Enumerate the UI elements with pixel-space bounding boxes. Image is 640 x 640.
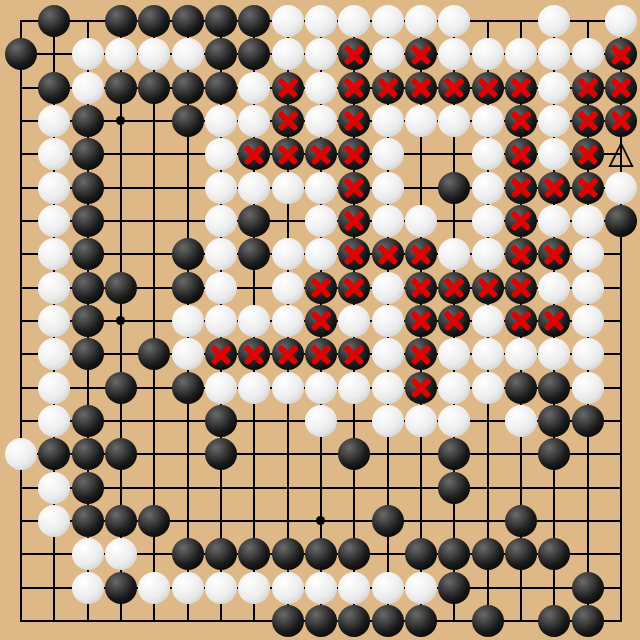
black-stone[interactable] — [572, 572, 604, 604]
white-stone[interactable] — [572, 38, 604, 70]
white-stone[interactable] — [305, 405, 337, 437]
white-stone[interactable] — [405, 405, 437, 437]
black-stone[interactable] — [72, 305, 104, 337]
white-stone[interactable] — [272, 38, 304, 70]
white-stone[interactable] — [472, 105, 504, 137]
dead-black-stone[interactable] — [505, 272, 537, 304]
white-stone[interactable] — [372, 372, 404, 404]
black-stone[interactable] — [105, 272, 137, 304]
black-stone[interactable] — [172, 538, 204, 570]
white-stone[interactable] — [238, 72, 270, 104]
black-stone[interactable] — [172, 5, 204, 37]
black-stone[interactable] — [105, 5, 137, 37]
white-stone[interactable] — [38, 272, 70, 304]
white-stone[interactable] — [205, 305, 237, 337]
black-stone[interactable] — [72, 105, 104, 137]
white-stone[interactable] — [372, 405, 404, 437]
white-stone[interactable] — [72, 72, 104, 104]
dead-black-stone[interactable] — [405, 372, 437, 404]
white-stone[interactable] — [205, 172, 237, 204]
dead-black-stone[interactable] — [505, 105, 537, 137]
black-stone[interactable] — [105, 572, 137, 604]
white-stone[interactable] — [572, 338, 604, 370]
white-stone[interactable] — [172, 305, 204, 337]
white-stone[interactable] — [205, 572, 237, 604]
white-stone[interactable] — [372, 205, 404, 237]
black-stone[interactable] — [505, 372, 537, 404]
white-stone[interactable] — [538, 272, 570, 304]
white-stone[interactable] — [238, 172, 270, 204]
white-stone[interactable] — [572, 305, 604, 337]
dead-black-stone[interactable] — [505, 172, 537, 204]
black-stone[interactable] — [538, 372, 570, 404]
white-stone[interactable] — [272, 238, 304, 270]
dead-black-stone[interactable] — [472, 272, 504, 304]
white-stone[interactable] — [72, 538, 104, 570]
white-stone[interactable] — [38, 172, 70, 204]
black-stone[interactable] — [72, 205, 104, 237]
white-stone[interactable] — [72, 572, 104, 604]
black-stone[interactable] — [305, 605, 337, 637]
dead-black-stone[interactable] — [405, 305, 437, 337]
white-stone[interactable] — [305, 372, 337, 404]
triangle-marker: △ — [604, 135, 638, 169]
white-stone[interactable] — [538, 72, 570, 104]
white-stone[interactable] — [172, 338, 204, 370]
black-stone[interactable] — [172, 238, 204, 270]
white-stone[interactable] — [472, 172, 504, 204]
dead-black-stone[interactable] — [605, 38, 637, 70]
white-stone[interactable] — [572, 205, 604, 237]
dead-black-stone[interactable] — [572, 105, 604, 137]
dead-black-stone[interactable] — [438, 272, 470, 304]
white-stone[interactable] — [472, 372, 504, 404]
dead-black-stone[interactable] — [305, 305, 337, 337]
white-stone[interactable] — [472, 138, 504, 170]
dead-black-stone[interactable] — [405, 72, 437, 104]
black-stone[interactable] — [372, 505, 404, 537]
dead-black-stone[interactable] — [438, 72, 470, 104]
black-stone[interactable] — [372, 605, 404, 637]
white-stone[interactable] — [138, 572, 170, 604]
black-stone[interactable] — [105, 505, 137, 537]
white-stone[interactable] — [38, 372, 70, 404]
black-stone[interactable] — [605, 205, 637, 237]
dead-black-stone[interactable] — [405, 272, 437, 304]
dead-black-stone[interactable] — [272, 105, 304, 137]
black-stone[interactable] — [205, 72, 237, 104]
white-stone[interactable] — [338, 372, 370, 404]
white-stone[interactable] — [205, 272, 237, 304]
black-stone[interactable] — [38, 72, 70, 104]
dead-black-stone[interactable] — [572, 172, 604, 204]
dead-black-stone[interactable] — [338, 272, 370, 304]
white-stone[interactable] — [72, 38, 104, 70]
black-stone[interactable] — [438, 472, 470, 504]
white-stone[interactable] — [305, 205, 337, 237]
black-stone[interactable] — [472, 605, 504, 637]
dead-black-stone[interactable] — [505, 72, 537, 104]
white-stone[interactable] — [372, 305, 404, 337]
black-stone[interactable] — [72, 338, 104, 370]
white-stone[interactable] — [305, 72, 337, 104]
white-stone[interactable] — [372, 572, 404, 604]
white-stone[interactable] — [272, 572, 304, 604]
black-stone[interactable] — [572, 605, 604, 637]
white-stone[interactable] — [372, 105, 404, 137]
white-stone[interactable] — [472, 205, 504, 237]
white-stone[interactable] — [372, 5, 404, 37]
white-stone[interactable] — [372, 172, 404, 204]
white-stone[interactable] — [305, 572, 337, 604]
black-stone[interactable] — [172, 105, 204, 137]
white-stone[interactable] — [272, 272, 304, 304]
black-stone[interactable] — [205, 5, 237, 37]
dead-black-stone[interactable] — [338, 172, 370, 204]
black-stone[interactable] — [205, 405, 237, 437]
white-stone[interactable] — [372, 272, 404, 304]
black-stone[interactable] — [72, 172, 104, 204]
dead-black-stone[interactable] — [472, 72, 504, 104]
white-stone[interactable] — [505, 405, 537, 437]
black-stone[interactable] — [538, 605, 570, 637]
black-stone[interactable] — [72, 505, 104, 537]
white-stone[interactable] — [605, 5, 637, 37]
dead-black-stone[interactable] — [272, 138, 304, 170]
white-stone[interactable] — [272, 305, 304, 337]
black-stone[interactable] — [172, 372, 204, 404]
white-stone[interactable] — [472, 38, 504, 70]
white-stone[interactable] — [472, 238, 504, 270]
white-stone[interactable] — [572, 238, 604, 270]
black-stone[interactable] — [172, 72, 204, 104]
white-stone[interactable] — [472, 305, 504, 337]
white-stone[interactable] — [238, 372, 270, 404]
dead-black-stone[interactable] — [572, 72, 604, 104]
black-stone[interactable] — [405, 605, 437, 637]
black-stone[interactable] — [338, 605, 370, 637]
black-stone[interactable] — [72, 272, 104, 304]
dead-black-stone[interactable] — [272, 338, 304, 370]
dead-black-stone[interactable] — [272, 72, 304, 104]
black-stone[interactable] — [72, 438, 104, 470]
white-stone[interactable] — [372, 38, 404, 70]
white-stone[interactable] — [605, 172, 637, 204]
white-stone[interactable] — [238, 572, 270, 604]
white-stone[interactable] — [272, 172, 304, 204]
dead-black-stone[interactable] — [338, 72, 370, 104]
black-stone[interactable] — [72, 405, 104, 437]
white-stone[interactable] — [305, 5, 337, 37]
white-stone[interactable] — [205, 105, 237, 137]
dead-black-stone[interactable] — [572, 138, 604, 170]
dead-black-stone[interactable] — [372, 238, 404, 270]
dead-black-stone[interactable] — [605, 72, 637, 104]
black-stone[interactable] — [472, 538, 504, 570]
white-stone[interactable] — [472, 338, 504, 370]
black-stone[interactable] — [272, 538, 304, 570]
white-stone[interactable] — [372, 338, 404, 370]
white-stone[interactable] — [438, 372, 470, 404]
white-stone[interactable] — [572, 372, 604, 404]
black-stone[interactable] — [138, 72, 170, 104]
dead-black-stone[interactable] — [372, 72, 404, 104]
white-stone[interactable] — [338, 572, 370, 604]
go-app: △ — [0, 0, 640, 640]
white-stone[interactable] — [172, 572, 204, 604]
dead-black-stone[interactable] — [505, 205, 537, 237]
dead-black-stone[interactable] — [538, 172, 570, 204]
black-stone[interactable] — [438, 172, 470, 204]
white-stone[interactable] — [38, 472, 70, 504]
white-stone[interactable] — [205, 372, 237, 404]
white-stone[interactable] — [405, 105, 437, 137]
white-stone[interactable] — [572, 272, 604, 304]
white-stone[interactable] — [405, 205, 437, 237]
white-stone[interactable] — [372, 138, 404, 170]
black-stone[interactable] — [572, 405, 604, 437]
black-stone[interactable] — [505, 505, 537, 537]
white-stone[interactable] — [172, 38, 204, 70]
black-stone[interactable] — [172, 272, 204, 304]
white-stone[interactable] — [272, 5, 304, 37]
black-stone[interactable] — [72, 472, 104, 504]
black-stone[interactable] — [72, 138, 104, 170]
black-stone[interactable] — [72, 238, 104, 270]
white-stone[interactable] — [405, 5, 437, 37]
white-stone[interactable] — [305, 172, 337, 204]
black-stone[interactable] — [105, 372, 137, 404]
black-stone[interactable] — [438, 572, 470, 604]
white-stone[interactable] — [205, 205, 237, 237]
black-stone[interactable] — [272, 605, 304, 637]
go-board[interactable]: △ — [0, 0, 640, 640]
black-stone[interactable] — [105, 72, 137, 104]
dead-black-stone[interactable] — [305, 272, 337, 304]
white-stone[interactable] — [272, 372, 304, 404]
dead-black-stone[interactable] — [505, 305, 537, 337]
white-stone[interactable] — [405, 572, 437, 604]
white-stone[interactable] — [305, 105, 337, 137]
